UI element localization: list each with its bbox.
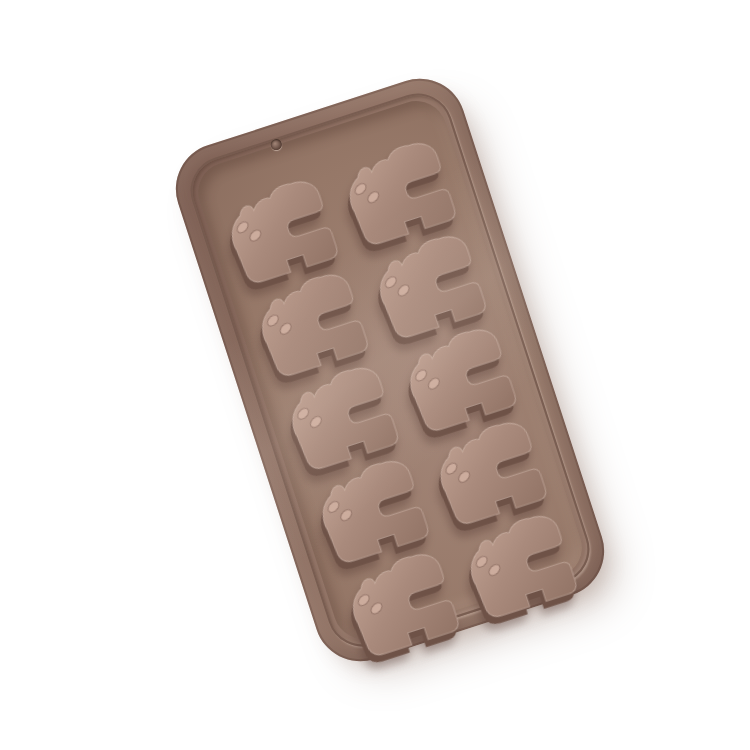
silicone-mold (164, 67, 616, 673)
product-photo (0, 0, 750, 750)
